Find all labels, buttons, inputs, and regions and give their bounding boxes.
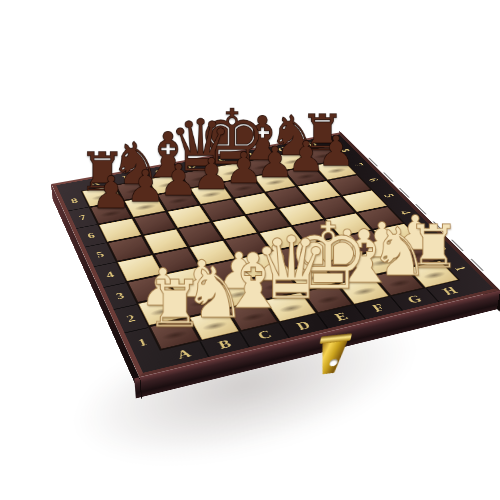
piece-shadow: [148, 306, 177, 318]
rank-label: 8: [327, 144, 363, 157]
product-photo-canvas: ABCDEFGH ABCDEFGH 87654321 87654321 ♜♞♝♛…: [0, 0, 500, 500]
rank-label: 7: [340, 158, 378, 172]
rank-label: 5: [369, 188, 409, 204]
piece-shadow: [166, 196, 191, 205]
piece-shadow: [262, 281, 290, 292]
piece-shadow: [314, 294, 343, 306]
piece-shadow: [220, 169, 244, 177]
piece-shadow: [368, 258, 395, 269]
piece-shadow: [231, 184, 255, 192]
folding-chess-board: ABCDEFGH ABCDEFGH 87654321 87654321 ♜♞♝♛…: [51, 132, 500, 377]
piece-shadow: [199, 190, 224, 199]
piece-shadow: [350, 286, 378, 297]
piece-shadow: [189, 175, 213, 183]
piece-shadow: [90, 193, 115, 202]
piece-shadow: [160, 329, 190, 342]
rank-label: 6: [354, 172, 393, 187]
piece-shadow: [298, 273, 326, 284]
piece-shadow: [200, 320, 230, 333]
piece-shadow: [334, 265, 362, 276]
piece-shadow: [402, 250, 429, 260]
piece-shadow: [133, 203, 158, 212]
piece-shadow: [239, 311, 268, 323]
piece-shadow: [187, 297, 216, 309]
piece-shadow: [281, 158, 304, 166]
piece-shadow: [386, 278, 414, 289]
piece-shadow: [277, 302, 306, 314]
rank-label: 4: [385, 204, 427, 221]
piece-shadow: [263, 178, 287, 186]
piece-shadow: [225, 289, 253, 301]
piece-shadow: [294, 172, 318, 180]
piece-shadow: [156, 181, 180, 189]
piece-shadow: [251, 163, 275, 171]
piece-shadow: [420, 270, 448, 281]
piece-shadow: [124, 187, 148, 195]
piece-shadow: [99, 209, 124, 218]
